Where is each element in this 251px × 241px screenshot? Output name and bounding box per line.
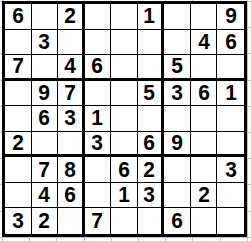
sudoku-cell-r3c9[interactable] xyxy=(217,55,244,81)
sudoku-cell-r4c9[interactable]: 1 xyxy=(217,81,244,107)
given-digit: 3 xyxy=(64,107,76,129)
sudoku-cell-r2c7[interactable] xyxy=(164,30,191,56)
sudoku-cell-r6c2[interactable] xyxy=(32,132,59,158)
sudoku-cell-r6c4[interactable]: 3 xyxy=(85,132,112,158)
sudoku-cell-r3c4[interactable]: 6 xyxy=(85,55,112,81)
sudoku-cell-r6c8[interactable] xyxy=(191,132,218,158)
sudoku-cell-r3c5[interactable] xyxy=(111,55,138,81)
sudoku-cell-r5c7[interactable] xyxy=(164,106,191,132)
sudoku-cell-r7c6[interactable]: 2 xyxy=(138,157,165,183)
sudoku-cell-r3c2[interactable] xyxy=(32,55,59,81)
sudoku-cell-r5c8[interactable] xyxy=(191,106,218,132)
sudoku-cell-r9c1[interactable]: 3 xyxy=(5,208,32,234)
given-digit: 6 xyxy=(198,82,210,104)
sudoku-cell-r6c7[interactable]: 9 xyxy=(164,132,191,158)
sudoku-cell-r7c3[interactable]: 8 xyxy=(58,157,85,183)
sudoku-cell-r4c3[interactable]: 7 xyxy=(58,81,85,107)
given-digit: 6 xyxy=(144,132,156,154)
sudoku-cell-r9c8[interactable] xyxy=(191,208,218,234)
sudoku-cell-r9c6[interactable] xyxy=(138,208,165,234)
sudoku-cell-r9c2[interactable]: 2 xyxy=(32,208,59,234)
sudoku-cell-r6c6[interactable]: 6 xyxy=(138,132,165,158)
given-digit: 1 xyxy=(144,5,156,27)
sudoku-board: 62193467465975361631236978623461323276 xyxy=(2,1,247,237)
given-digit: 6 xyxy=(92,55,104,77)
given-digit: 6 xyxy=(118,159,130,181)
given-digit: 6 xyxy=(39,107,51,129)
given-digit: 6 xyxy=(12,5,24,27)
sudoku-cell-r1c2[interactable] xyxy=(32,4,59,30)
given-digit: 2 xyxy=(198,184,210,206)
sudoku-cell-r4c6[interactable]: 5 xyxy=(138,81,165,107)
sudoku-cell-r2c8[interactable]: 4 xyxy=(191,30,218,56)
sudoku-cell-r5c9[interactable] xyxy=(217,106,244,132)
sudoku-cell-r4c5[interactable] xyxy=(111,81,138,107)
sudoku-cell-r2c2[interactable]: 3 xyxy=(32,30,59,56)
sudoku-cell-r9c5[interactable] xyxy=(111,208,138,234)
sudoku-cell-r7c5[interactable]: 6 xyxy=(111,157,138,183)
sudoku-cell-r7c9[interactable]: 3 xyxy=(217,157,244,183)
sudoku-cell-r7c8[interactable] xyxy=(191,157,218,183)
sudoku-cell-r4c7[interactable]: 3 xyxy=(164,81,191,107)
sudoku-cell-r1c8[interactable] xyxy=(191,4,218,30)
sudoku-cell-r9c3[interactable] xyxy=(58,208,85,234)
sudoku-cell-r4c1[interactable] xyxy=(5,81,32,107)
sudoku-cell-r8c2[interactable]: 4 xyxy=(32,183,59,209)
sudoku-cell-r5c1[interactable] xyxy=(5,106,32,132)
sudoku-cell-r8c9[interactable] xyxy=(217,183,244,209)
sudoku-cell-r3c7[interactable]: 5 xyxy=(164,55,191,81)
sudoku-cell-r3c6[interactable] xyxy=(138,55,165,81)
sudoku-cell-r9c9[interactable] xyxy=(217,208,244,234)
sudoku-cell-r5c5[interactable] xyxy=(111,106,138,132)
given-digit: 6 xyxy=(225,31,237,53)
sudoku-cell-r4c2[interactable]: 9 xyxy=(32,81,59,107)
sudoku-cell-r8c8[interactable]: 2 xyxy=(191,183,218,209)
sudoku-cell-r2c1[interactable] xyxy=(5,30,32,56)
given-digit: 4 xyxy=(198,31,210,53)
sudoku-cell-r7c7[interactable] xyxy=(164,157,191,183)
sudoku-cell-r2c4[interactable] xyxy=(85,30,112,56)
given-digit: 7 xyxy=(64,82,76,104)
sudoku-cell-r2c6[interactable] xyxy=(138,30,165,56)
given-digit: 1 xyxy=(225,82,237,104)
sudoku-cell-r2c5[interactable] xyxy=(111,30,138,56)
given-digit: 6 xyxy=(64,184,76,206)
sudoku-cell-r3c8[interactable] xyxy=(191,55,218,81)
sudoku-cell-r2c9[interactable]: 6 xyxy=(217,30,244,56)
sudoku-cell-r5c4[interactable]: 1 xyxy=(85,106,112,132)
given-digit: 2 xyxy=(12,132,24,154)
given-digit: 7 xyxy=(12,55,24,77)
given-digit: 2 xyxy=(64,5,76,27)
given-digit: 9 xyxy=(171,132,183,154)
given-digit: 2 xyxy=(144,159,156,181)
given-digit: 3 xyxy=(171,82,183,104)
given-digit: 8 xyxy=(64,159,76,181)
sudoku-cell-r6c5[interactable] xyxy=(111,132,138,158)
sudoku-cell-r8c4[interactable] xyxy=(85,183,112,209)
given-digit: 9 xyxy=(39,82,51,104)
given-digit: 2 xyxy=(39,210,51,232)
sudoku-cell-r8c5[interactable]: 1 xyxy=(111,183,138,209)
sudoku-cell-r8c6[interactable]: 3 xyxy=(138,183,165,209)
given-digit: 7 xyxy=(39,159,51,181)
sudoku-cell-r5c6[interactable] xyxy=(138,106,165,132)
sudoku-cell-r8c3[interactable]: 6 xyxy=(58,183,85,209)
sudoku-cell-r4c4[interactable] xyxy=(85,81,112,107)
given-digit: 6 xyxy=(171,210,183,232)
sudoku-cell-r8c7[interactable] xyxy=(164,183,191,209)
given-digit: 3 xyxy=(92,132,104,154)
given-digit: 1 xyxy=(118,184,130,206)
sudoku-cell-r1c1[interactable]: 6 xyxy=(5,4,32,30)
sudoku-cell-r7c1[interactable] xyxy=(5,157,32,183)
given-digit: 4 xyxy=(39,184,51,206)
sudoku-cell-r1c3[interactable]: 2 xyxy=(58,4,85,30)
sudoku-cell-r5c3[interactable]: 3 xyxy=(58,106,85,132)
given-digit: 4 xyxy=(64,55,76,77)
sudoku-cell-r6c9[interactable] xyxy=(217,132,244,158)
sudoku-cell-r3c1[interactable]: 7 xyxy=(5,55,32,81)
given-digit: 5 xyxy=(171,55,183,77)
sudoku-cell-r9c4[interactable]: 7 xyxy=(85,208,112,234)
sudoku-cell-r2c3[interactable] xyxy=(58,30,85,56)
given-digit: 9 xyxy=(225,5,237,27)
sudoku-cell-r7c2[interactable]: 7 xyxy=(32,157,59,183)
sudoku-cell-r9c7[interactable]: 6 xyxy=(164,208,191,234)
sudoku-cell-r1c4[interactable] xyxy=(85,4,112,30)
sudoku-cell-r3c3[interactable]: 4 xyxy=(58,55,85,81)
sudoku-page: 62193467465975361631236978623461323276 xyxy=(0,0,251,241)
sudoku-cell-r6c3[interactable] xyxy=(58,132,85,158)
sudoku-cell-r8c1[interactable] xyxy=(5,183,32,209)
sudoku-cell-r1c9[interactable]: 9 xyxy=(217,4,244,30)
sudoku-cell-r1c5[interactable] xyxy=(111,4,138,30)
sudoku-cell-r6c1[interactable]: 2 xyxy=(5,132,32,158)
given-digit: 3 xyxy=(225,159,237,181)
given-digit: 3 xyxy=(144,184,156,206)
given-digit: 1 xyxy=(92,107,104,129)
sudoku-cell-r7c4[interactable] xyxy=(85,157,112,183)
sudoku-cell-r5c2[interactable]: 6 xyxy=(32,106,59,132)
given-digit: 3 xyxy=(39,31,51,53)
sudoku-cell-r1c7[interactable] xyxy=(164,4,191,30)
given-digit: 5 xyxy=(144,82,156,104)
sudoku-cell-r4c8[interactable]: 6 xyxy=(191,81,218,107)
given-digit: 7 xyxy=(92,210,104,232)
sudoku-cell-r1c6[interactable]: 1 xyxy=(138,4,165,30)
given-digit: 3 xyxy=(12,210,24,232)
